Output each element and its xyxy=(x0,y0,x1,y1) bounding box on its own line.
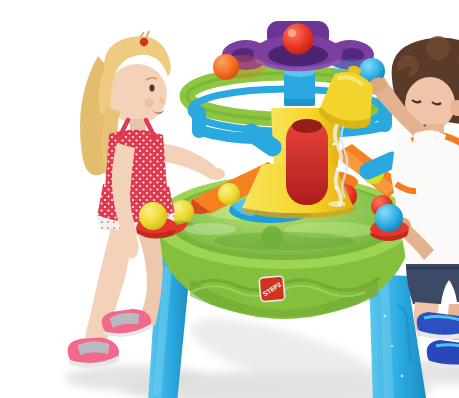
boy-shoe-rear xyxy=(417,312,459,340)
yellow-ball xyxy=(218,183,240,205)
blue-ball-in-scoop xyxy=(375,204,403,232)
step2-logo-badge: STEP2 xyxy=(259,276,285,302)
girl-hair-tie xyxy=(140,38,148,46)
yellow-ball-in-scoop xyxy=(139,202,167,230)
boy-shorts xyxy=(406,264,459,304)
submerged-green-ball xyxy=(261,226,283,248)
scene-canvas: STEP2 xyxy=(40,16,459,398)
girl-eye xyxy=(149,85,154,92)
girl-shoe-near xyxy=(67,336,120,369)
boy-shoe-front xyxy=(427,340,459,369)
product-photo: STEP2 xyxy=(40,16,459,398)
red-ball-in-funnel xyxy=(283,24,314,55)
orange-ball-moving xyxy=(213,54,239,80)
